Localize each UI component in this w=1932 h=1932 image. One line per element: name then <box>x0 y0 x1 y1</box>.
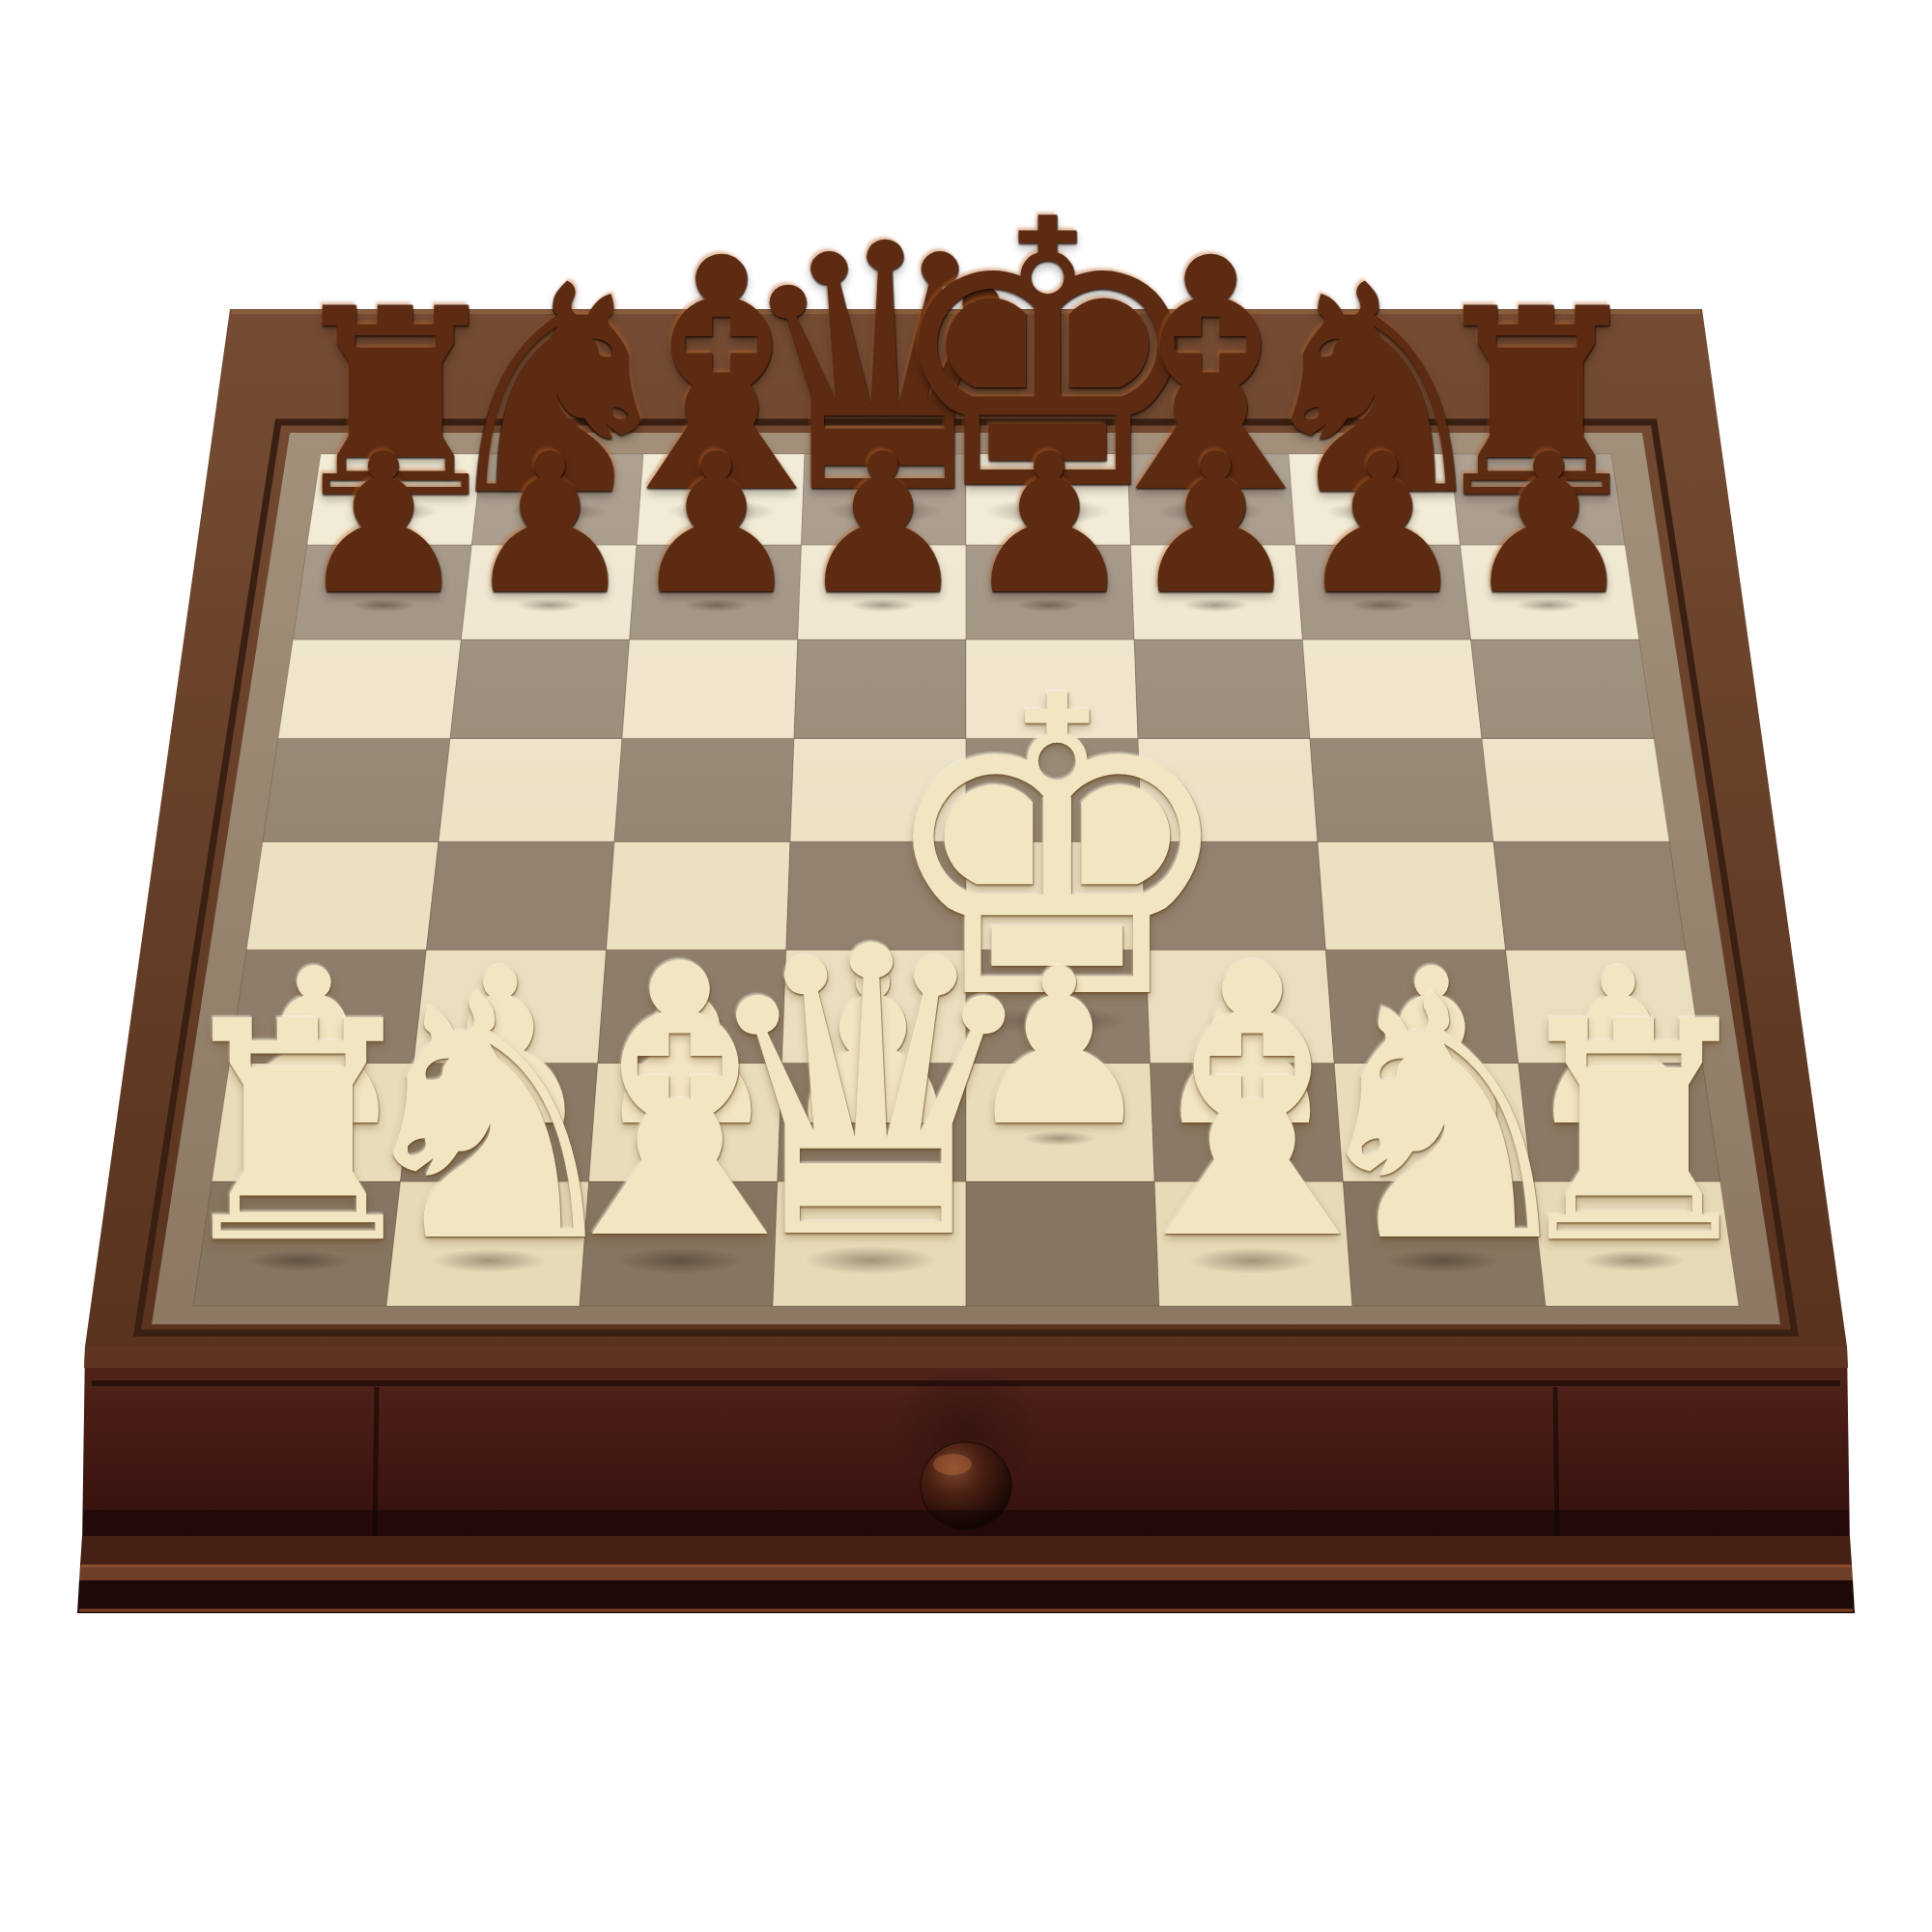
piece-black-pawn-f7: ♟ <box>1129 429 1302 622</box>
product-photo: ♜♞♝♛♚♝♞♜♟♟♟♟♟♟♟♟♚♟♟♟♟♟♟♟♟♜♞♝♛♝♞♜ <box>0 0 1932 1932</box>
piece-black-pawn-b7: ♟ <box>464 429 637 622</box>
piece-white-rook-h1: ♜ <box>1498 982 1770 1286</box>
pieces-layer: ♜♞♝♛♚♝♞♜♟♟♟♟♟♟♟♟♚♟♟♟♟♟♟♟♟♜♞♝♛♝♞♜ <box>0 0 1932 1932</box>
piece-black-pawn-e7: ♟ <box>963 429 1136 622</box>
piece-black-pawn-g7: ♟ <box>1295 429 1468 622</box>
piece-black-pawn-d7: ♟ <box>796 429 969 622</box>
piece-black-pawn-a7: ♟ <box>297 429 469 622</box>
piece-white-queen-d1: ♛ <box>692 895 1049 1293</box>
piece-black-pawn-h7: ♟ <box>1463 429 1635 622</box>
piece-black-pawn-c7: ♟ <box>630 429 803 622</box>
